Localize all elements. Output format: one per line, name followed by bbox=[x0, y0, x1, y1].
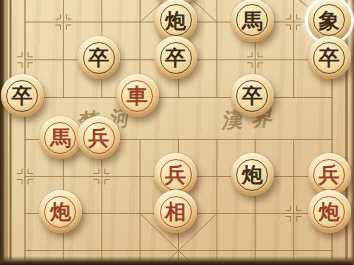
piece-character: 馬 bbox=[50, 127, 71, 148]
piece-character: 卒 bbox=[12, 85, 33, 106]
piece-black-cannon[interactable]: 炮 bbox=[231, 153, 274, 196]
piece-black-soldier[interactable]: 卒 bbox=[1, 74, 44, 117]
piece-red-chariot[interactable]: 車 bbox=[116, 74, 159, 117]
piece-red-horse[interactable]: 馬 bbox=[39, 116, 82, 159]
piece-red-cannon[interactable]: 炮 bbox=[39, 190, 82, 233]
piece-character: 相 bbox=[165, 201, 186, 222]
piece-character: 炮 bbox=[50, 201, 71, 222]
piece-red-cannon[interactable]: 炮 bbox=[308, 190, 351, 233]
piece-character: 兵 bbox=[165, 164, 186, 185]
piece-character: 炮 bbox=[242, 164, 263, 185]
piece-character: 炮 bbox=[319, 201, 340, 222]
piece-black-soldier[interactable]: 卒 bbox=[154, 36, 197, 79]
piece-black-soldier[interactable]: 卒 bbox=[308, 36, 351, 79]
piece-black-cannon[interactable]: 炮 bbox=[154, 0, 197, 42]
piece-black-soldier[interactable]: 卒 bbox=[231, 74, 274, 117]
piece-character: 馬 bbox=[242, 10, 263, 31]
piece-character: 車 bbox=[127, 85, 148, 106]
piece-character: 卒 bbox=[165, 47, 186, 68]
piece-character: 卒 bbox=[242, 85, 263, 106]
piece-red-soldier[interactable]: 兵 bbox=[77, 116, 120, 159]
piece-black-horse[interactable]: 馬 bbox=[231, 0, 274, 42]
piece-character: 炮 bbox=[165, 10, 186, 31]
xiangqi-board: 楚河 漢界 炮馬象卒卒卒卒車卒馬兵兵炮兵炮相炮 bbox=[0, 0, 354, 265]
piece-character: 象 bbox=[319, 10, 340, 31]
piece-character: 兵 bbox=[88, 127, 109, 148]
piece-black-elephant[interactable]: 象 bbox=[308, 0, 351, 42]
piece-character: 兵 bbox=[319, 164, 340, 185]
piece-character: 卒 bbox=[88, 47, 109, 68]
piece-character: 卒 bbox=[319, 47, 340, 68]
piece-red-elephant[interactable]: 相 bbox=[154, 190, 197, 233]
